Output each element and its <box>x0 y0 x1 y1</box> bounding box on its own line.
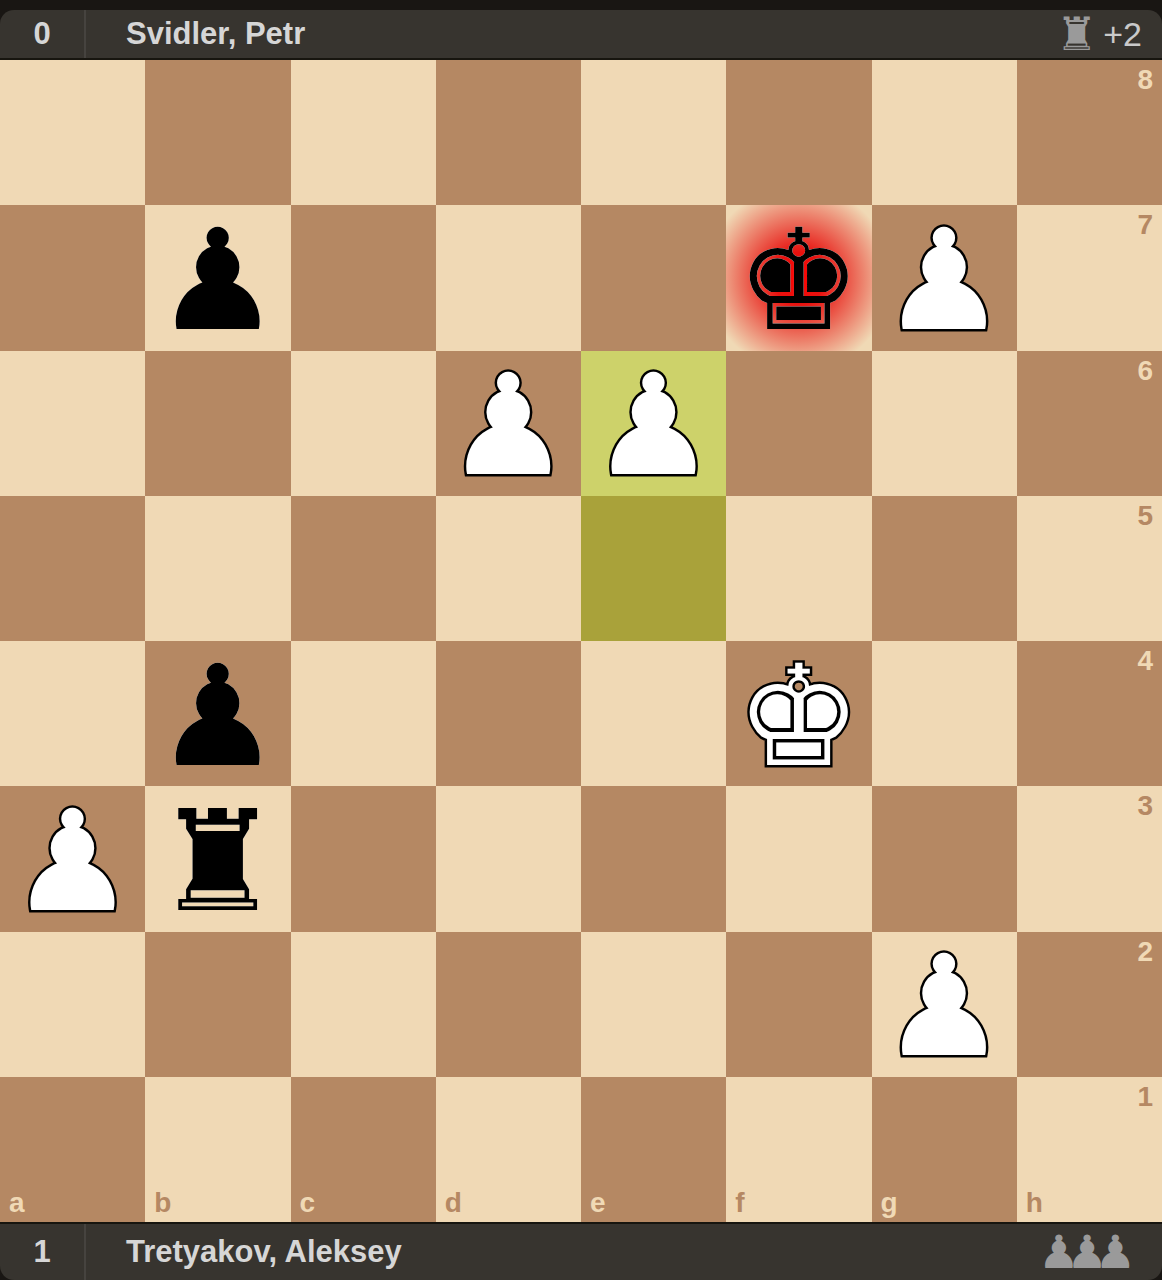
square-h5[interactable]: 5 <box>1017 496 1162 641</box>
piece-glyph: ♟ <box>584 356 724 496</box>
square-h3[interactable]: 3 <box>1017 786 1162 931</box>
white-pawn-d6[interactable]: ♟ <box>438 356 578 496</box>
square-c4[interactable] <box>291 641 436 786</box>
captured-pawn-icon: ♟ <box>1095 1229 1136 1275</box>
bottom-player-bar: 1 Tretyakov, Aleksey ♟♟♟ <box>0 1222 1162 1280</box>
square-b5[interactable] <box>145 496 290 641</box>
black-rook-b3[interactable]: ♜♜ <box>148 792 288 932</box>
square-f3[interactable] <box>726 786 871 931</box>
white-pawn-a3[interactable]: ♟ <box>3 792 143 932</box>
square-e4[interactable] <box>581 641 726 786</box>
piece-glyph: ♟ <box>438 356 578 496</box>
piece-glyph: ♜ <box>148 792 288 932</box>
white-king-f4[interactable]: ♚ <box>729 647 869 787</box>
rank-label-3: 3 <box>1137 792 1153 820</box>
square-g3[interactable] <box>872 786 1017 931</box>
square-a4[interactable] <box>0 641 145 786</box>
top-captured-pieces: ♜ <box>1056 11 1097 57</box>
piece-glyph: ♟ <box>874 211 1014 351</box>
top-material-advantage: ♜ +2 <box>1056 11 1142 57</box>
square-d8[interactable] <box>436 60 581 205</box>
file-label-g: g <box>881 1189 898 1217</box>
rank-label-5: 5 <box>1137 502 1153 530</box>
rank-label-6: 6 <box>1137 357 1153 385</box>
square-a7[interactable] <box>0 205 145 350</box>
white-pawn-e6[interactable]: ♟ <box>584 356 724 496</box>
black-king-f7[interactable]: ♚♚ <box>729 211 869 351</box>
bottom-material-advantage: ♟♟♟ <box>1038 1229 1142 1275</box>
square-h8[interactable]: 8 <box>1017 60 1162 205</box>
square-e7[interactable] <box>581 205 726 350</box>
square-g8[interactable] <box>872 60 1017 205</box>
square-h1[interactable]: 1h <box>1017 1077 1162 1222</box>
rank-label-4: 4 <box>1137 647 1153 675</box>
square-f1[interactable]: f <box>726 1077 871 1222</box>
square-c5[interactable] <box>291 496 436 641</box>
square-d5[interactable] <box>436 496 581 641</box>
file-label-a: a <box>9 1189 25 1217</box>
bottom-bar-divider <box>84 1224 86 1280</box>
bottom-player-score: 1 <box>0 1234 84 1270</box>
file-label-c: c <box>300 1189 316 1217</box>
square-f6[interactable] <box>726 351 871 496</box>
file-label-b: b <box>154 1189 171 1217</box>
chess-board: 8♟♟♚♚♟7♟♟65♟♟♚4♟♜♜3♟2abcdefg1h <box>0 60 1162 1222</box>
square-h6[interactable]: 6 <box>1017 351 1162 496</box>
piece-glyph: ♚ <box>729 211 869 351</box>
square-b8[interactable] <box>145 60 290 205</box>
square-g6[interactable] <box>872 351 1017 496</box>
file-label-f: f <box>735 1189 744 1217</box>
file-label-e: e <box>590 1189 606 1217</box>
white-pawn-g2[interactable]: ♟ <box>874 937 1014 1077</box>
square-f2[interactable] <box>726 932 871 1077</box>
square-c1[interactable]: c <box>291 1077 436 1222</box>
square-d1[interactable]: d <box>436 1077 581 1222</box>
square-f5[interactable] <box>726 496 871 641</box>
square-b4[interactable]: ♟♟ <box>145 641 290 786</box>
square-f4[interactable]: ♚ <box>726 641 871 786</box>
square-d7[interactable] <box>436 205 581 350</box>
square-a5[interactable] <box>0 496 145 641</box>
square-d6[interactable]: ♟ <box>436 351 581 496</box>
square-h4[interactable]: 4 <box>1017 641 1162 786</box>
square-a6[interactable] <box>0 351 145 496</box>
rank-label-1: 1 <box>1137 1083 1153 1111</box>
black-pawn-b7[interactable]: ♟♟ <box>148 211 288 351</box>
square-b1[interactable]: b <box>145 1077 290 1222</box>
square-g2[interactable]: ♟ <box>872 932 1017 1077</box>
top-player-bar: 0 Svidler, Petr ♜ +2 <box>0 10 1162 60</box>
piece-glyph: ♟ <box>148 211 288 351</box>
square-e3[interactable] <box>581 786 726 931</box>
square-c6[interactable] <box>291 351 436 496</box>
square-h7[interactable]: 7 <box>1017 205 1162 350</box>
square-e6[interactable]: ♟ <box>581 351 726 496</box>
square-e2[interactable] <box>581 932 726 1077</box>
square-f7[interactable]: ♚♚ <box>726 205 871 350</box>
square-d3[interactable] <box>436 786 581 931</box>
square-f8[interactable] <box>726 60 871 205</box>
black-pawn-b4[interactable]: ♟♟ <box>148 647 288 787</box>
square-b6[interactable] <box>145 351 290 496</box>
square-c2[interactable] <box>291 932 436 1077</box>
rank-label-2: 2 <box>1137 938 1153 966</box>
square-g5[interactable] <box>872 496 1017 641</box>
bottom-captured-pieces: ♟♟♟ <box>1038 1229 1136 1275</box>
bottom-player-name: Tretyakov, Aleksey <box>126 1234 1038 1270</box>
square-a8[interactable] <box>0 60 145 205</box>
piece-glyph: ♟ <box>874 937 1014 1077</box>
file-label-d: d <box>445 1189 462 1217</box>
square-b7[interactable]: ♟♟ <box>145 205 290 350</box>
square-a3[interactable]: ♟ <box>0 786 145 931</box>
top-player-score: 0 <box>0 16 84 52</box>
square-g1[interactable]: g <box>872 1077 1017 1222</box>
top-bar-divider <box>84 10 86 58</box>
rank-label-7: 7 <box>1137 211 1153 239</box>
rank-label-8: 8 <box>1137 66 1153 94</box>
captured-rook-icon: ♜ <box>1056 11 1097 57</box>
piece-glyph: ♟ <box>148 647 288 787</box>
square-g7[interactable]: ♟ <box>872 205 1017 350</box>
square-g4[interactable] <box>872 641 1017 786</box>
square-d2[interactable] <box>436 932 581 1077</box>
square-c3[interactable] <box>291 786 436 931</box>
file-label-h: h <box>1026 1189 1043 1217</box>
top-material-score: +2 <box>1103 15 1142 54</box>
square-a1[interactable]: a <box>0 1077 145 1222</box>
square-e1[interactable]: e <box>581 1077 726 1222</box>
square-a2[interactable] <box>0 932 145 1077</box>
square-d4[interactable] <box>436 641 581 786</box>
piece-glyph: ♚ <box>729 647 869 787</box>
square-c7[interactable] <box>291 205 436 350</box>
tv-board-widget: 0 Svidler, Petr ♜ +2 8♟♟♚♚♟7♟♟65♟♟♚4♟♜♜3… <box>0 0 1162 1280</box>
top-player-name: Svidler, Petr <box>126 16 1056 52</box>
white-pawn-g7[interactable]: ♟ <box>874 211 1014 351</box>
square-e8[interactable] <box>581 60 726 205</box>
square-h2[interactable]: 2 <box>1017 932 1162 1077</box>
square-b3[interactable]: ♜♜ <box>145 786 290 931</box>
piece-glyph: ♟ <box>3 792 143 932</box>
square-e5[interactable] <box>581 496 726 641</box>
square-b2[interactable] <box>145 932 290 1077</box>
square-c8[interactable] <box>291 60 436 205</box>
